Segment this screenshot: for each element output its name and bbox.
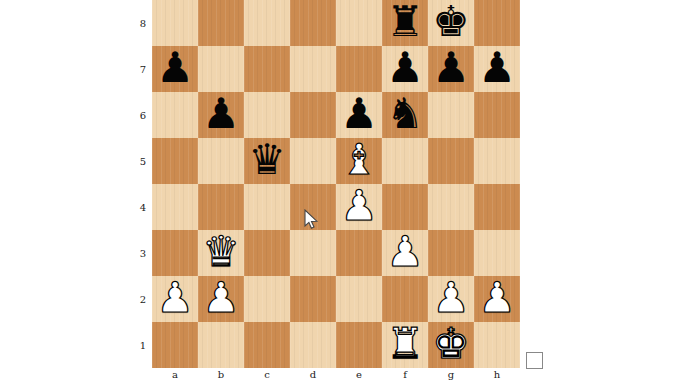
file-label-f: f	[382, 369, 428, 386]
rank-label-2: 2	[128, 276, 150, 322]
square-f8[interactable]: ♜	[382, 0, 428, 46]
piece-white-bishop[interactable]: ♝	[340, 139, 378, 181]
file-labels: abcdefgh	[152, 369, 520, 386]
piece-white-pawn[interactable]: ♟	[340, 185, 378, 227]
square-h6[interactable]	[474, 92, 520, 138]
square-b2[interactable]: ♟	[198, 276, 244, 322]
square-f4[interactable]	[382, 184, 428, 230]
square-c5[interactable]: ♛	[244, 138, 290, 184]
rank-label-8: 8	[128, 0, 150, 46]
piece-black-pawn[interactable]: ♟	[156, 47, 194, 89]
piece-white-pawn[interactable]: ♟	[478, 277, 516, 319]
square-b4[interactable]	[198, 184, 244, 230]
square-a8[interactable]	[152, 0, 198, 46]
square-f1[interactable]: ♜	[382, 322, 428, 368]
square-a3[interactable]	[152, 230, 198, 276]
file-label-b: b	[198, 369, 244, 386]
square-a2[interactable]: ♟	[152, 276, 198, 322]
square-g6[interactable]	[428, 92, 474, 138]
piece-white-pawn[interactable]: ♟	[202, 277, 240, 319]
piece-black-pawn[interactable]: ♟	[386, 47, 424, 89]
square-d2[interactable]	[290, 276, 336, 322]
square-c2[interactable]	[244, 276, 290, 322]
square-c6[interactable]	[244, 92, 290, 138]
square-c8[interactable]	[244, 0, 290, 46]
square-g3[interactable]	[428, 230, 474, 276]
square-h5[interactable]	[474, 138, 520, 184]
square-g8[interactable]: ♚	[428, 0, 474, 46]
piece-white-rook[interactable]: ♜	[386, 323, 424, 365]
square-e1[interactable]	[336, 322, 382, 368]
square-e8[interactable]	[336, 0, 382, 46]
square-d4[interactable]	[290, 184, 336, 230]
piece-black-pawn[interactable]: ♟	[202, 93, 240, 135]
square-d7[interactable]	[290, 46, 336, 92]
square-g2[interactable]: ♟	[428, 276, 474, 322]
square-a5[interactable]	[152, 138, 198, 184]
file-label-d: d	[290, 369, 336, 386]
file-label-g: g	[428, 369, 474, 386]
square-e3[interactable]	[336, 230, 382, 276]
file-label-e: e	[336, 369, 382, 386]
square-a6[interactable]	[152, 92, 198, 138]
piece-black-knight[interactable]: ♞	[386, 93, 424, 135]
square-b5[interactable]	[198, 138, 244, 184]
square-b7[interactable]	[198, 46, 244, 92]
square-e6[interactable]: ♟	[336, 92, 382, 138]
piece-white-queen[interactable]: ♛	[202, 231, 240, 273]
file-label-h: h	[474, 369, 520, 386]
square-b3[interactable]: ♛	[198, 230, 244, 276]
square-b1[interactable]	[198, 322, 244, 368]
square-d5[interactable]	[290, 138, 336, 184]
rank-label-4: 4	[128, 184, 150, 230]
square-g7[interactable]: ♟	[428, 46, 474, 92]
square-g5[interactable]	[428, 138, 474, 184]
rank-label-6: 6	[128, 92, 150, 138]
square-h2[interactable]: ♟	[474, 276, 520, 322]
square-a4[interactable]	[152, 184, 198, 230]
square-e5[interactable]: ♝	[336, 138, 382, 184]
square-h3[interactable]	[474, 230, 520, 276]
square-e7[interactable]	[336, 46, 382, 92]
square-b8[interactable]	[198, 0, 244, 46]
rank-label-3: 3	[128, 230, 150, 276]
square-b6[interactable]: ♟	[198, 92, 244, 138]
square-f3[interactable]: ♟	[382, 230, 428, 276]
piece-white-king[interactable]: ♚	[432, 323, 470, 365]
square-d6[interactable]	[290, 92, 336, 138]
square-d3[interactable]	[290, 230, 336, 276]
piece-black-queen[interactable]: ♛	[248, 139, 286, 181]
square-a1[interactable]	[152, 322, 198, 368]
piece-black-pawn[interactable]: ♟	[432, 47, 470, 89]
chess-board-area: 87654321 ♜♚♟♟♟♟♟♟♞♛♝♟♛♟♟♟♟♟♜♚ abcdefgh	[0, 0, 686, 386]
square-f5[interactable]	[382, 138, 428, 184]
square-a7[interactable]: ♟	[152, 46, 198, 92]
piece-black-rook[interactable]: ♜	[386, 1, 424, 43]
square-c4[interactable]	[244, 184, 290, 230]
square-c7[interactable]	[244, 46, 290, 92]
square-h8[interactable]	[474, 0, 520, 46]
square-g4[interactable]	[428, 184, 474, 230]
square-e4[interactable]: ♟	[336, 184, 382, 230]
square-f6[interactable]: ♞	[382, 92, 428, 138]
square-h1[interactable]	[474, 322, 520, 368]
chess-board[interactable]: ♜♚♟♟♟♟♟♟♞♛♝♟♛♟♟♟♟♟♜♚	[152, 0, 520, 368]
square-e2[interactable]	[336, 276, 382, 322]
rank-label-1: 1	[128, 322, 150, 368]
corner-box	[526, 352, 543, 369]
piece-black-pawn[interactable]: ♟	[340, 93, 378, 135]
rank-label-5: 5	[128, 138, 150, 184]
rank-label-7: 7	[128, 46, 150, 92]
square-d8[interactable]	[290, 0, 336, 46]
square-f7[interactable]: ♟	[382, 46, 428, 92]
square-h4[interactable]	[474, 184, 520, 230]
piece-black-king[interactable]: ♚	[432, 1, 470, 43]
square-f2[interactable]	[382, 276, 428, 322]
rank-labels: 87654321	[128, 0, 150, 368]
piece-white-pawn[interactable]: ♟	[432, 277, 470, 319]
piece-black-pawn[interactable]: ♟	[478, 47, 516, 89]
square-h7[interactable]: ♟	[474, 46, 520, 92]
piece-white-pawn[interactable]: ♟	[156, 277, 194, 319]
piece-white-pawn[interactable]: ♟	[386, 231, 424, 273]
square-c3[interactable]	[244, 230, 290, 276]
square-d1[interactable]	[290, 322, 336, 368]
file-label-a: a	[152, 369, 198, 386]
file-label-c: c	[244, 369, 290, 386]
square-g1[interactable]: ♚	[428, 322, 474, 368]
square-c1[interactable]	[244, 322, 290, 368]
